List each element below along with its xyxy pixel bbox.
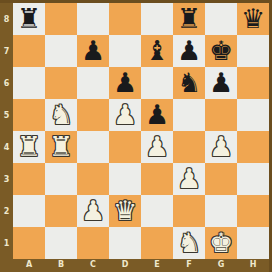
square-g1[interactable]: ♚: [205, 227, 237, 259]
square-b1[interactable]: [45, 227, 77, 259]
square-h2[interactable]: [237, 195, 269, 227]
square-h4[interactable]: [237, 131, 269, 163]
square-c5[interactable]: [77, 99, 109, 131]
square-c2[interactable]: ♟: [77, 195, 109, 227]
square-a3[interactable]: [13, 163, 45, 195]
white-knight-icon: ♞: [177, 229, 201, 256]
white-pawn-icon: ♟: [209, 133, 233, 160]
square-d3[interactable]: [109, 163, 141, 195]
square-d8[interactable]: [109, 3, 141, 35]
white-king-icon: ♚: [209, 229, 233, 256]
black-knight-icon: ♞: [177, 69, 201, 96]
white-queen-icon: ♛: [113, 197, 137, 224]
square-g5[interactable]: [205, 99, 237, 131]
white-pawn-icon: ♟: [145, 133, 169, 160]
square-h1[interactable]: [237, 227, 269, 259]
file-label-a: A: [13, 259, 45, 272]
square-f4[interactable]: [173, 131, 205, 163]
white-rook-icon: ♜: [17, 133, 41, 160]
square-b2[interactable]: [45, 195, 77, 227]
black-pawn-icon: ♟: [209, 69, 233, 96]
file-label-c: C: [77, 259, 109, 272]
file-label-d: D: [109, 259, 141, 272]
square-a2[interactable]: [13, 195, 45, 227]
white-pawn-icon: ♟: [177, 165, 201, 192]
black-pawn-icon: ♟: [81, 37, 105, 64]
square-f7[interactable]: ♟: [173, 35, 205, 67]
square-a4[interactable]: ♜: [13, 131, 45, 163]
square-e4[interactable]: ♟: [141, 131, 173, 163]
file-label-g: G: [205, 259, 237, 272]
board-border-right: [269, 0, 272, 272]
black-pawn-icon: ♟: [113, 69, 137, 96]
square-g2[interactable]: [205, 195, 237, 227]
file-label-h: H: [237, 259, 269, 272]
square-a8[interactable]: ♜: [13, 3, 45, 35]
square-f5[interactable]: [173, 99, 205, 131]
square-d1[interactable]: [109, 227, 141, 259]
rank-label-4: 4: [0, 131, 13, 163]
file-label-e: E: [141, 259, 173, 272]
square-d5[interactable]: ♟: [109, 99, 141, 131]
square-f1[interactable]: ♞: [173, 227, 205, 259]
square-g4[interactable]: ♟: [205, 131, 237, 163]
file-labels: ABCDEFGH: [13, 259, 269, 272]
square-d7[interactable]: [109, 35, 141, 67]
rank-label-6: 6: [0, 67, 13, 99]
white-knight-icon: ♞: [49, 101, 73, 128]
square-h6[interactable]: [237, 67, 269, 99]
square-f2[interactable]: [173, 195, 205, 227]
square-b5[interactable]: ♞: [45, 99, 77, 131]
rank-label-3: 3: [0, 163, 13, 195]
square-e1[interactable]: [141, 227, 173, 259]
square-c8[interactable]: [77, 3, 109, 35]
black-pawn-icon: ♟: [145, 101, 169, 128]
square-e3[interactable]: [141, 163, 173, 195]
black-bishop-icon: ♝: [145, 37, 169, 64]
square-f6[interactable]: ♞: [173, 67, 205, 99]
square-b4[interactable]: ♜: [45, 131, 77, 163]
square-e8[interactable]: [141, 3, 173, 35]
file-label-b: B: [45, 259, 77, 272]
black-pawn-icon: ♟: [177, 37, 201, 64]
black-king-icon: ♚: [209, 37, 233, 64]
square-d4[interactable]: [109, 131, 141, 163]
square-g3[interactable]: [205, 163, 237, 195]
square-a5[interactable]: [13, 99, 45, 131]
white-rook-icon: ♜: [49, 133, 73, 160]
square-c4[interactable]: [77, 131, 109, 163]
square-g6[interactable]: ♟: [205, 67, 237, 99]
square-d2[interactable]: ♛: [109, 195, 141, 227]
rank-label-5: 5: [0, 99, 13, 131]
rank-label-8: 8: [0, 3, 13, 35]
square-c1[interactable]: [77, 227, 109, 259]
square-a6[interactable]: [13, 67, 45, 99]
square-d6[interactable]: ♟: [109, 67, 141, 99]
square-f3[interactable]: ♟: [173, 163, 205, 195]
chess-board-frame: 87654321 ABCDEFGH ♜♜♛♟♝♟♚♟♞♟♞♟♟♜♜♟♟♟♟♛♞♚: [0, 0, 272, 272]
square-b7[interactable]: [45, 35, 77, 67]
square-h7[interactable]: [237, 35, 269, 67]
square-b6[interactable]: [45, 67, 77, 99]
white-pawn-icon: ♟: [113, 101, 137, 128]
square-e2[interactable]: [141, 195, 173, 227]
square-g8[interactable]: [205, 3, 237, 35]
square-a7[interactable]: [13, 35, 45, 67]
square-e7[interactable]: ♝: [141, 35, 173, 67]
rank-labels: 87654321: [0, 3, 13, 259]
rank-label-7: 7: [0, 35, 13, 67]
square-h5[interactable]: [237, 99, 269, 131]
square-e6[interactable]: [141, 67, 173, 99]
black-rook-icon: ♜: [177, 5, 201, 32]
black-queen-icon: ♛: [241, 5, 265, 32]
square-f8[interactable]: ♜: [173, 3, 205, 35]
square-h8[interactable]: ♛: [237, 3, 269, 35]
rank-label-2: 2: [0, 195, 13, 227]
square-e5[interactable]: ♟: [141, 99, 173, 131]
square-b8[interactable]: [45, 3, 77, 35]
square-h3[interactable]: [237, 163, 269, 195]
black-rook-icon: ♜: [17, 5, 41, 32]
white-pawn-icon: ♟: [81, 197, 105, 224]
rank-label-1: 1: [0, 227, 13, 259]
square-g7[interactable]: ♚: [205, 35, 237, 67]
chess-board: ♜♜♛♟♝♟♚♟♞♟♞♟♟♜♜♟♟♟♟♛♞♚: [13, 3, 269, 259]
square-c3[interactable]: [77, 163, 109, 195]
square-c6[interactable]: [77, 67, 109, 99]
square-b3[interactable]: [45, 163, 77, 195]
file-label-f: F: [173, 259, 205, 272]
square-c7[interactable]: ♟: [77, 35, 109, 67]
square-a1[interactable]: [13, 227, 45, 259]
